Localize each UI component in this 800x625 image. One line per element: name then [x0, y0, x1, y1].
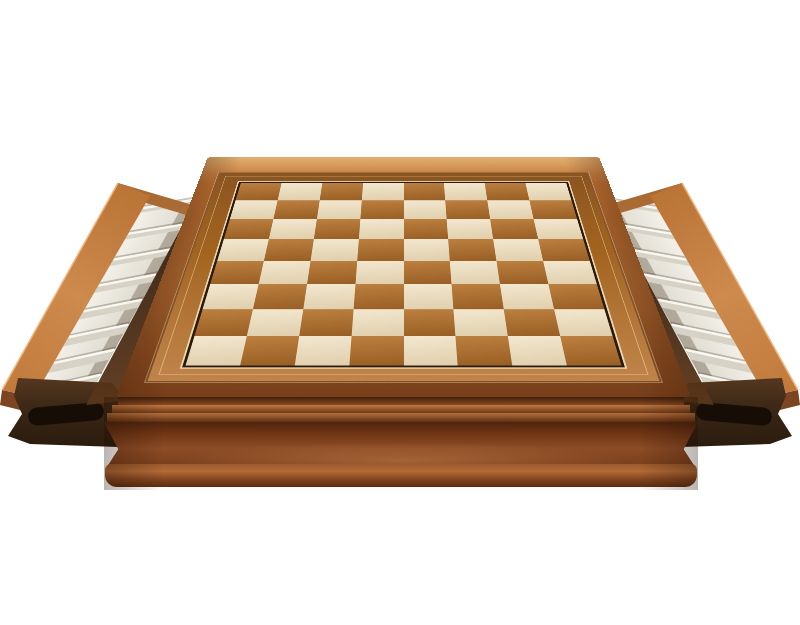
base-step-moulding-1 [118, 397, 684, 405]
square-c6[interactable] [314, 219, 360, 239]
base-step-moulding-3 [107, 413, 695, 422]
square-c2[interactable] [299, 309, 353, 336]
square-f1[interactable] [456, 336, 513, 365]
square-a5[interactable] [217, 239, 268, 261]
square-g8[interactable] [485, 183, 530, 201]
square-d7[interactable] [360, 200, 403, 219]
square-g3[interactable] [500, 284, 554, 309]
base-plinth [104, 397, 698, 490]
square-h4[interactable] [543, 261, 597, 284]
square-g6[interactable] [490, 219, 538, 239]
square-e3[interactable] [404, 284, 454, 309]
square-b7[interactable] [273, 200, 319, 219]
square-a6[interactable] [224, 219, 274, 239]
square-e1[interactable] [404, 336, 458, 365]
chess-board [186, 183, 622, 366]
board-frame [116, 157, 691, 397]
square-d1[interactable] [349, 336, 403, 365]
square-e5[interactable] [404, 239, 451, 261]
square-h2[interactable] [554, 309, 612, 336]
square-h7[interactable] [529, 200, 577, 219]
square-e7[interactable] [404, 200, 447, 219]
square-d3[interactable] [353, 284, 403, 309]
square-g4[interactable] [497, 261, 549, 284]
square-c1[interactable] [295, 336, 352, 365]
playing-area-inlay-border [182, 182, 625, 368]
square-g1[interactable] [508, 336, 567, 365]
square-h8[interactable] [525, 183, 571, 201]
square-a8[interactable] [236, 183, 282, 201]
square-a4[interactable] [210, 261, 264, 284]
square-c5[interactable] [310, 239, 358, 261]
square-f8[interactable] [444, 183, 487, 201]
square-a3[interactable] [203, 284, 259, 309]
base-bottom-lip [105, 464, 697, 487]
product-photo-scene [0, 0, 800, 625]
square-e4[interactable] [404, 261, 452, 284]
square-c8[interactable] [320, 183, 363, 201]
square-b3[interactable] [253, 284, 307, 309]
square-c7[interactable] [317, 200, 362, 219]
board-surface-apron [148, 173, 660, 381]
square-b5[interactable] [264, 239, 314, 261]
square-d6[interactable] [359, 219, 404, 239]
square-a2[interactable] [194, 309, 252, 336]
square-a7[interactable] [230, 200, 278, 219]
square-h1[interactable] [560, 336, 621, 365]
square-a1[interactable] [186, 336, 247, 365]
square-g5[interactable] [493, 239, 543, 261]
base-cove-moulding [104, 422, 698, 466]
square-f5[interactable] [448, 239, 496, 261]
square-c4[interactable] [307, 261, 357, 284]
square-f4[interactable] [450, 261, 500, 284]
square-e6[interactable] [404, 219, 449, 239]
square-g7[interactable] [487, 200, 533, 219]
base-step-moulding-2 [112, 405, 690, 413]
square-b6[interactable] [269, 219, 317, 239]
square-d5[interactable] [357, 239, 404, 261]
square-b1[interactable] [240, 336, 299, 365]
square-b2[interactable] [247, 309, 303, 336]
square-f7[interactable] [445, 200, 490, 219]
square-e8[interactable] [404, 183, 446, 201]
square-d8[interactable] [362, 183, 404, 201]
square-h5[interactable] [538, 239, 589, 261]
square-g2[interactable] [504, 309, 560, 336]
square-f2[interactable] [454, 309, 508, 336]
square-d4[interactable] [355, 261, 403, 284]
square-f6[interactable] [447, 219, 493, 239]
square-d2[interactable] [351, 309, 403, 336]
square-b8[interactable] [278, 183, 323, 201]
square-e2[interactable] [404, 309, 456, 336]
square-h3[interactable] [548, 284, 604, 309]
square-h6[interactable] [534, 219, 584, 239]
square-c3[interactable] [303, 284, 355, 309]
square-b4[interactable] [259, 261, 311, 284]
square-f3[interactable] [452, 284, 504, 309]
